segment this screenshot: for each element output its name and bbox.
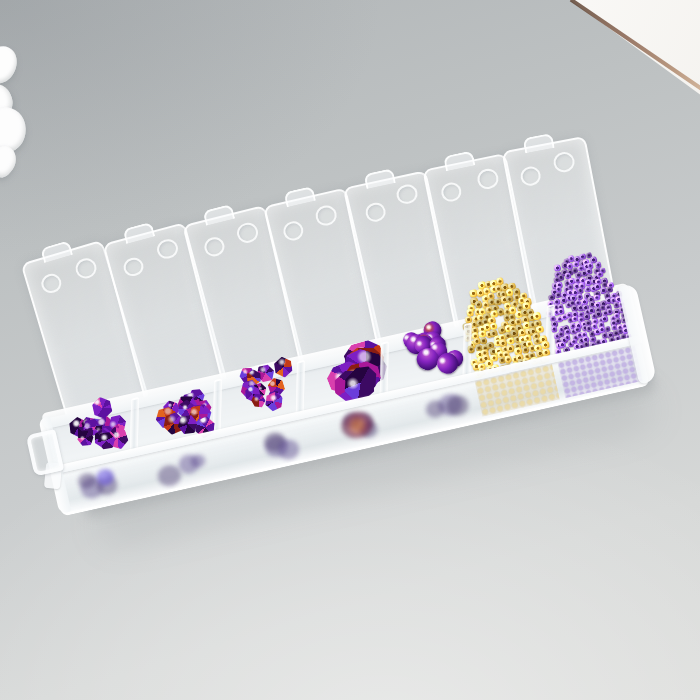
lid-latch-tab [122,222,155,244]
lid-molded-circle [395,182,420,206]
bead-organizer-box [14,126,700,558]
photo-scene [0,0,700,700]
lid-molded-circle [39,272,64,296]
lid-molded-circle [519,165,542,187]
lid-molded-circle [154,237,179,261]
lid-molded-circle [552,151,576,174]
lid-molded-circle [73,256,99,281]
lid-latch-tab [202,204,235,226]
lid-molded-circle [439,181,462,203]
lid-molded-circle [364,201,387,223]
lid-latch-tab [40,240,73,263]
compartment-divider [130,399,139,454]
lid-molded-circle [281,220,305,243]
lid-latch-tab [522,133,554,153]
lid-molded-circle [475,167,500,190]
lid-molded-circle [202,236,226,259]
lid-molded-circle [235,221,260,245]
lid-molded-circle [314,203,339,227]
lid-latch-tab [363,168,395,189]
lid-molded-circle [121,255,145,278]
flower-petal [0,41,23,89]
lid-latch-tab [443,151,475,172]
lid-latch-tab [283,186,316,207]
compartment-divider [379,343,388,398]
